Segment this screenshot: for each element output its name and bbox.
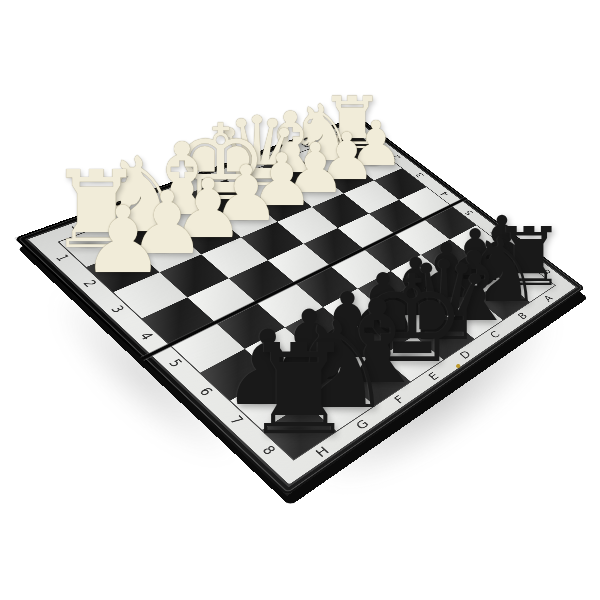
chess-set-photo: 1122334455667788HHGGFFEEDDCCBBAA ♜♞♝♚♛♝♞… bbox=[0, 0, 600, 600]
piece-black-rook-h8[interactable]: ♜ bbox=[243, 328, 355, 453]
piece-white-pawn-h2[interactable]: ♟ bbox=[82, 194, 165, 287]
